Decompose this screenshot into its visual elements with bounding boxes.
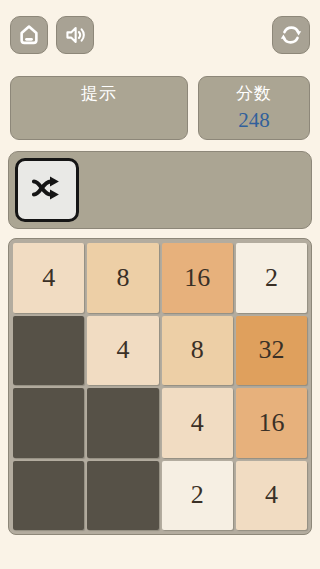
shuffle-button[interactable] [15, 158, 79, 222]
board-grid[interactable]: 48162483241624 [8, 238, 312, 535]
shuffle-bar [8, 151, 312, 229]
home-button[interactable] [10, 16, 48, 54]
empty-cell [13, 388, 84, 458]
tile-4: 4 [162, 388, 233, 458]
sound-button[interactable] [56, 16, 94, 54]
shuffle-icon [28, 169, 66, 211]
tile-16: 16 [162, 243, 233, 313]
game-screen: 提示 分数 248 48162483241624 [0, 0, 320, 569]
score-label: 分数 [236, 84, 272, 104]
score-panel: 分数 248 [198, 76, 310, 140]
tile-8: 8 [162, 316, 233, 386]
empty-cell [87, 388, 158, 458]
empty-cell [13, 316, 84, 386]
tile-32: 32 [236, 316, 307, 386]
empty-cell [13, 461, 84, 531]
hint-panel[interactable]: 提示 [10, 76, 188, 140]
empty-cell [87, 461, 158, 531]
speaker-on-icon [62, 22, 88, 48]
home-icon [16, 22, 42, 48]
tile-4: 4 [13, 243, 84, 313]
tile-8: 8 [87, 243, 158, 313]
score-value: 248 [238, 108, 270, 132]
tile-4: 4 [87, 316, 158, 386]
tile-4: 4 [236, 461, 307, 531]
refresh-icon [278, 22, 304, 48]
tile-2: 2 [236, 243, 307, 313]
refresh-button[interactable] [272, 16, 310, 54]
tile-2: 2 [162, 461, 233, 531]
hint-label: 提示 [81, 84, 117, 104]
tile-16: 16 [236, 388, 307, 458]
